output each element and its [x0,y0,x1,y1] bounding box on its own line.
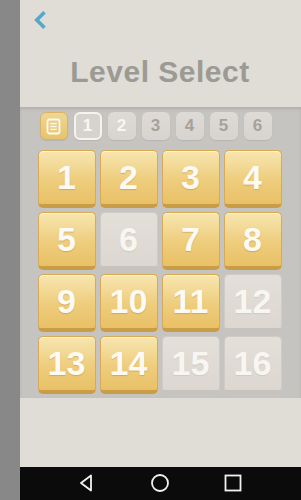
level-tile-12[interactable]: 12 [224,274,282,332]
level-panel: 1 2 3 4 5 6 1 2 3 4 5 6 7 8 9 10 11 12 1… [20,107,301,398]
nav-back-button[interactable] [77,473,97,493]
level-tile-7[interactable]: 7 [162,212,220,270]
tab-page-2[interactable]: 2 [108,112,136,140]
level-tile-9[interactable]: 9 [38,274,96,332]
back-button[interactable] [26,6,54,34]
home-circle-icon [150,473,170,493]
level-grid: 1 2 3 4 5 6 7 8 9 10 11 12 13 14 15 16 [38,150,282,394]
tab-bar: 1 2 3 4 5 6 [40,112,272,140]
level-tile-16[interactable]: 16 [224,336,282,394]
level-tile-13[interactable]: 13 [38,336,96,394]
level-tile-3[interactable]: 3 [162,150,220,208]
level-tile-11[interactable]: 11 [162,274,220,332]
chevron-left-icon [32,9,48,31]
page-title: Level Select [20,55,301,89]
tab-list-button[interactable] [40,112,68,140]
recents-square-icon [223,473,243,493]
android-nav-bar [20,467,301,500]
back-triangle-icon [77,473,97,493]
level-tile-15[interactable]: 15 [162,336,220,394]
tab-page-4[interactable]: 4 [176,112,204,140]
level-tile-1[interactable]: 1 [38,150,96,208]
level-tile-2[interactable]: 2 [100,150,158,208]
tab-page-3[interactable]: 3 [142,112,170,140]
nav-home-button[interactable] [150,473,170,493]
tab-page-1[interactable]: 1 [74,112,102,140]
level-tile-4[interactable]: 4 [224,150,282,208]
level-tile-10[interactable]: 10 [100,274,158,332]
tab-page-5[interactable]: 5 [210,112,238,140]
level-tile-14[interactable]: 14 [100,336,158,394]
level-tile-6[interactable]: 6 [100,212,158,270]
tab-page-6[interactable]: 6 [244,112,272,140]
nav-recents-button[interactable] [223,473,243,493]
level-tile-8[interactable]: 8 [224,212,282,270]
level-tile-5[interactable]: 5 [38,212,96,270]
list-icon [46,118,61,135]
screen: Level Select 1 2 3 4 5 6 1 2 3 4 5 [20,0,301,500]
